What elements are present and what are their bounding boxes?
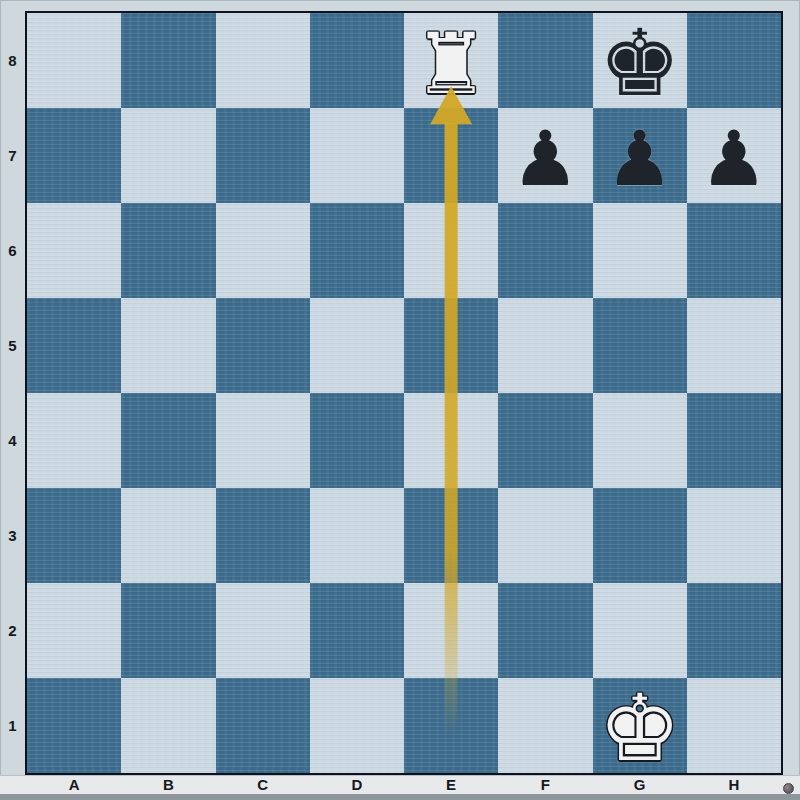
file-label-b: B bbox=[121, 775, 215, 794]
square-e8[interactable]: ♜ bbox=[404, 13, 498, 108]
square-c8[interactable] bbox=[216, 13, 310, 108]
square-f5[interactable] bbox=[498, 298, 592, 393]
square-h2[interactable] bbox=[687, 583, 781, 678]
chess-diagram: ♜♚♟♟♟♚ 87654321 ABCDEFGH bbox=[0, 0, 800, 800]
square-d4[interactable] bbox=[310, 393, 404, 488]
square-a6[interactable] bbox=[27, 203, 121, 298]
rank-label-3: 3 bbox=[0, 488, 25, 583]
file-label-g: G bbox=[593, 775, 687, 794]
square-a5[interactable] bbox=[27, 298, 121, 393]
rank-label-8: 8 bbox=[0, 13, 25, 108]
square-f8[interactable] bbox=[498, 13, 592, 108]
square-c4[interactable] bbox=[216, 393, 310, 488]
file-label-f: F bbox=[498, 775, 592, 794]
white-rook: ♜ bbox=[413, 22, 488, 106]
square-e5[interactable] bbox=[404, 298, 498, 393]
rank-label-5: 5 bbox=[0, 298, 25, 393]
square-e3[interactable] bbox=[404, 488, 498, 583]
bottom-bar bbox=[0, 794, 800, 800]
white-king: ♚ bbox=[598, 683, 680, 774]
file-label-e: E bbox=[404, 775, 498, 794]
square-h7[interactable]: ♟ bbox=[687, 108, 781, 203]
rank-label-2: 2 bbox=[0, 583, 25, 678]
square-c6[interactable] bbox=[216, 203, 310, 298]
board: ♜♚♟♟♟♚ bbox=[25, 11, 783, 775]
square-b3[interactable] bbox=[121, 488, 215, 583]
square-f1[interactable] bbox=[498, 678, 592, 773]
square-e2[interactable] bbox=[404, 583, 498, 678]
square-h4[interactable] bbox=[687, 393, 781, 488]
square-g3[interactable] bbox=[593, 488, 687, 583]
square-h6[interactable] bbox=[687, 203, 781, 298]
rank-label-7: 7 bbox=[0, 108, 25, 203]
file-label-c: C bbox=[216, 775, 310, 794]
file-label-d: D bbox=[310, 775, 404, 794]
black-pawn: ♟ bbox=[511, 121, 579, 197]
black-pawn: ♟ bbox=[700, 121, 768, 197]
square-a1[interactable] bbox=[27, 678, 121, 773]
square-f3[interactable] bbox=[498, 488, 592, 583]
square-b4[interactable] bbox=[121, 393, 215, 488]
square-c5[interactable] bbox=[216, 298, 310, 393]
square-e7[interactable] bbox=[404, 108, 498, 203]
square-h8[interactable] bbox=[687, 13, 781, 108]
square-a2[interactable] bbox=[27, 583, 121, 678]
square-b2[interactable] bbox=[121, 583, 215, 678]
square-b7[interactable] bbox=[121, 108, 215, 203]
square-b1[interactable] bbox=[121, 678, 215, 773]
square-d6[interactable] bbox=[310, 203, 404, 298]
file-label-h: H bbox=[687, 775, 781, 794]
square-b6[interactable] bbox=[121, 203, 215, 298]
rank-label-1: 1 bbox=[0, 678, 25, 773]
square-f6[interactable] bbox=[498, 203, 592, 298]
square-d5[interactable] bbox=[310, 298, 404, 393]
square-b8[interactable] bbox=[121, 13, 215, 108]
square-c7[interactable] bbox=[216, 108, 310, 203]
square-g6[interactable] bbox=[593, 203, 687, 298]
square-g1[interactable]: ♚ bbox=[593, 678, 687, 773]
square-h3[interactable] bbox=[687, 488, 781, 583]
square-a8[interactable] bbox=[27, 13, 121, 108]
square-e1[interactable] bbox=[404, 678, 498, 773]
square-c1[interactable] bbox=[216, 678, 310, 773]
square-c2[interactable] bbox=[216, 583, 310, 678]
square-g2[interactable] bbox=[593, 583, 687, 678]
square-f2[interactable] bbox=[498, 583, 592, 678]
rank-label-6: 6 bbox=[0, 203, 25, 298]
square-g7[interactable]: ♟ bbox=[593, 108, 687, 203]
file-label-a: A bbox=[27, 775, 121, 794]
square-f4[interactable] bbox=[498, 393, 592, 488]
square-d8[interactable] bbox=[310, 13, 404, 108]
square-e4[interactable] bbox=[404, 393, 498, 488]
square-d1[interactable] bbox=[310, 678, 404, 773]
square-a4[interactable] bbox=[27, 393, 121, 488]
black-pawn: ♟ bbox=[606, 121, 674, 197]
square-a3[interactable] bbox=[27, 488, 121, 583]
file-labels: ABCDEFGH bbox=[27, 775, 781, 794]
square-g8[interactable]: ♚ bbox=[593, 13, 687, 108]
square-e6[interactable] bbox=[404, 203, 498, 298]
square-f7[interactable]: ♟ bbox=[498, 108, 592, 203]
square-d7[interactable] bbox=[310, 108, 404, 203]
square-d2[interactable] bbox=[310, 583, 404, 678]
square-c3[interactable] bbox=[216, 488, 310, 583]
square-h5[interactable] bbox=[687, 298, 781, 393]
square-d3[interactable] bbox=[310, 488, 404, 583]
square-h1[interactable] bbox=[687, 678, 781, 773]
black-king: ♚ bbox=[598, 18, 680, 109]
square-a7[interactable] bbox=[27, 108, 121, 203]
rank-labels: 87654321 bbox=[0, 13, 25, 773]
rank-label-4: 4 bbox=[0, 393, 25, 488]
square-g5[interactable] bbox=[593, 298, 687, 393]
square-g4[interactable] bbox=[593, 393, 687, 488]
square-b5[interactable] bbox=[121, 298, 215, 393]
corner-dot-icon bbox=[783, 783, 794, 794]
